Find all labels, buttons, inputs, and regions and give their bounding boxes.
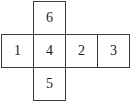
face-cell-4: 4 (33, 34, 66, 68)
face-cell-6: 6 (33, 1, 66, 35)
face-cell-1: 1 (1, 34, 34, 68)
cube-net-board: 6 1 4 2 3 5 (0, 0, 132, 101)
face-cell-2: 2 (65, 34, 98, 68)
face-cell-3: 3 (97, 34, 130, 68)
face-cell-5: 5 (33, 67, 66, 101)
